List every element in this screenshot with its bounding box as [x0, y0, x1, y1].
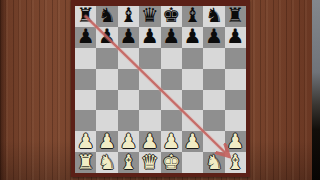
square-c3[interactable]: [118, 110, 139, 131]
black-pawn-d7[interactable]: ♟: [141, 27, 159, 46]
square-h6[interactable]: [225, 48, 246, 69]
square-a2[interactable]: ♟: [75, 131, 96, 152]
square-h8[interactable]: ♜: [225, 6, 246, 27]
square-c8[interactable]: ♝: [118, 6, 139, 27]
square-h4[interactable]: [225, 90, 246, 111]
square-c7[interactable]: ♟: [118, 27, 139, 48]
square-b1[interactable]: ♞: [96, 152, 117, 173]
square-b6[interactable]: [96, 48, 117, 69]
white-pawn-a2[interactable]: ♟: [77, 131, 95, 150]
black-rook-a8[interactable]: ♜: [77, 6, 95, 25]
white-pawn-b2[interactable]: ♟: [98, 131, 116, 150]
square-e8[interactable]: ♚: [161, 6, 182, 27]
square-a5[interactable]: [75, 69, 96, 90]
square-c4[interactable]: [118, 90, 139, 111]
square-c6[interactable]: [118, 48, 139, 69]
white-pawn-f2[interactable]: ♟: [184, 131, 202, 150]
square-d1[interactable]: ♛: [139, 152, 160, 173]
white-rook-a1[interactable]: ♜: [77, 152, 95, 171]
square-d5[interactable]: [139, 69, 160, 90]
black-pawn-a7[interactable]: ♟: [77, 27, 95, 46]
square-f5[interactable]: [182, 69, 203, 90]
square-d3[interactable]: [139, 110, 160, 131]
square-a1[interactable]: ♜: [75, 152, 96, 173]
square-h7[interactable]: ♟: [225, 27, 246, 48]
square-e3[interactable]: [161, 110, 182, 131]
square-b8[interactable]: ♞: [96, 6, 117, 27]
screen-edge-shadow: [312, 0, 320, 180]
square-b2[interactable]: ♟: [96, 131, 117, 152]
square-a7[interactable]: ♟: [75, 27, 96, 48]
square-h2[interactable]: ♟: [225, 131, 246, 152]
black-rook-h8[interactable]: ♜: [226, 6, 244, 25]
black-pawn-f7[interactable]: ♟: [184, 27, 202, 46]
square-f3[interactable]: [182, 110, 203, 131]
white-bishop-h1[interactable]: ♝: [226, 152, 244, 171]
white-knight-b1[interactable]: ♞: [98, 152, 116, 171]
white-pawn-h2[interactable]: ♟: [226, 131, 244, 150]
square-a4[interactable]: [75, 90, 96, 111]
black-queen-d8[interactable]: ♛: [141, 6, 159, 25]
black-knight-b8[interactable]: ♞: [98, 6, 116, 25]
black-pawn-h7[interactable]: ♟: [226, 27, 244, 46]
square-d6[interactable]: [139, 48, 160, 69]
square-d2[interactable]: ♟: [139, 131, 160, 152]
black-pawn-g7[interactable]: ♟: [205, 27, 223, 46]
black-bishop-f8[interactable]: ♝: [184, 6, 202, 25]
square-g4[interactable]: [203, 90, 224, 111]
white-pawn-d2[interactable]: ♟: [141, 131, 159, 150]
square-f6[interactable]: [182, 48, 203, 69]
square-e2[interactable]: ♟: [161, 131, 182, 152]
square-h5[interactable]: [225, 69, 246, 90]
white-knight-g1[interactable]: ♞: [205, 152, 223, 171]
white-pawn-e2[interactable]: ♟: [162, 131, 180, 150]
square-b7[interactable]: ♟: [96, 27, 117, 48]
square-a8[interactable]: ♜: [75, 6, 96, 27]
white-king-e1[interactable]: ♚: [162, 152, 180, 171]
black-king-e8[interactable]: ♚: [162, 6, 180, 25]
black-pawn-b7[interactable]: ♟: [98, 27, 116, 46]
black-bishop-c8[interactable]: ♝: [119, 6, 137, 25]
square-f8[interactable]: ♝: [182, 6, 203, 27]
left-edge-shadow: [0, 0, 7, 180]
square-g2[interactable]: [203, 131, 224, 152]
square-a6[interactable]: [75, 48, 96, 69]
square-d7[interactable]: ♟: [139, 27, 160, 48]
square-f2[interactable]: ♟: [182, 131, 203, 152]
square-h3[interactable]: [225, 110, 246, 131]
square-c5[interactable]: [118, 69, 139, 90]
square-e5[interactable]: [161, 69, 182, 90]
square-b3[interactable]: [96, 110, 117, 131]
board-frame: ♜♞♝♛♚♝♞♜♟♟♟♟♟♟♟♟♟♟♟♟♟♟♟♜♞♝♛♚♞♝: [71, 0, 250, 177]
square-g5[interactable]: [203, 69, 224, 90]
black-pawn-c7[interactable]: ♟: [119, 27, 137, 46]
black-pawn-e7[interactable]: ♟: [162, 27, 180, 46]
square-e1[interactable]: ♚: [161, 152, 182, 173]
square-b5[interactable]: [96, 69, 117, 90]
square-h1[interactable]: ♝: [225, 152, 246, 173]
chess-board: ♜♞♝♛♚♝♞♜♟♟♟♟♟♟♟♟♟♟♟♟♟♟♟♜♞♝♛♚♞♝: [75, 6, 246, 173]
square-g6[interactable]: [203, 48, 224, 69]
square-f4[interactable]: [182, 90, 203, 111]
black-knight-g8[interactable]: ♞: [205, 6, 223, 25]
square-a3[interactable]: [75, 110, 96, 131]
square-c2[interactable]: ♟: [118, 131, 139, 152]
white-queen-d1[interactable]: ♛: [141, 152, 159, 171]
square-g3[interactable]: [203, 110, 224, 131]
square-e6[interactable]: [161, 48, 182, 69]
square-c1[interactable]: ♝: [118, 152, 139, 173]
square-e7[interactable]: ♟: [161, 27, 182, 48]
square-d8[interactable]: ♛: [139, 6, 160, 27]
white-bishop-c1[interactable]: ♝: [119, 152, 137, 171]
square-g8[interactable]: ♞: [203, 6, 224, 27]
square-e4[interactable]: [161, 90, 182, 111]
square-g1[interactable]: ♞: [203, 152, 224, 173]
square-f1[interactable]: [182, 152, 203, 173]
square-b4[interactable]: [96, 90, 117, 111]
square-d4[interactable]: [139, 90, 160, 111]
square-f7[interactable]: ♟: [182, 27, 203, 48]
white-pawn-c2[interactable]: ♟: [119, 131, 137, 150]
square-g7[interactable]: ♟: [203, 27, 224, 48]
